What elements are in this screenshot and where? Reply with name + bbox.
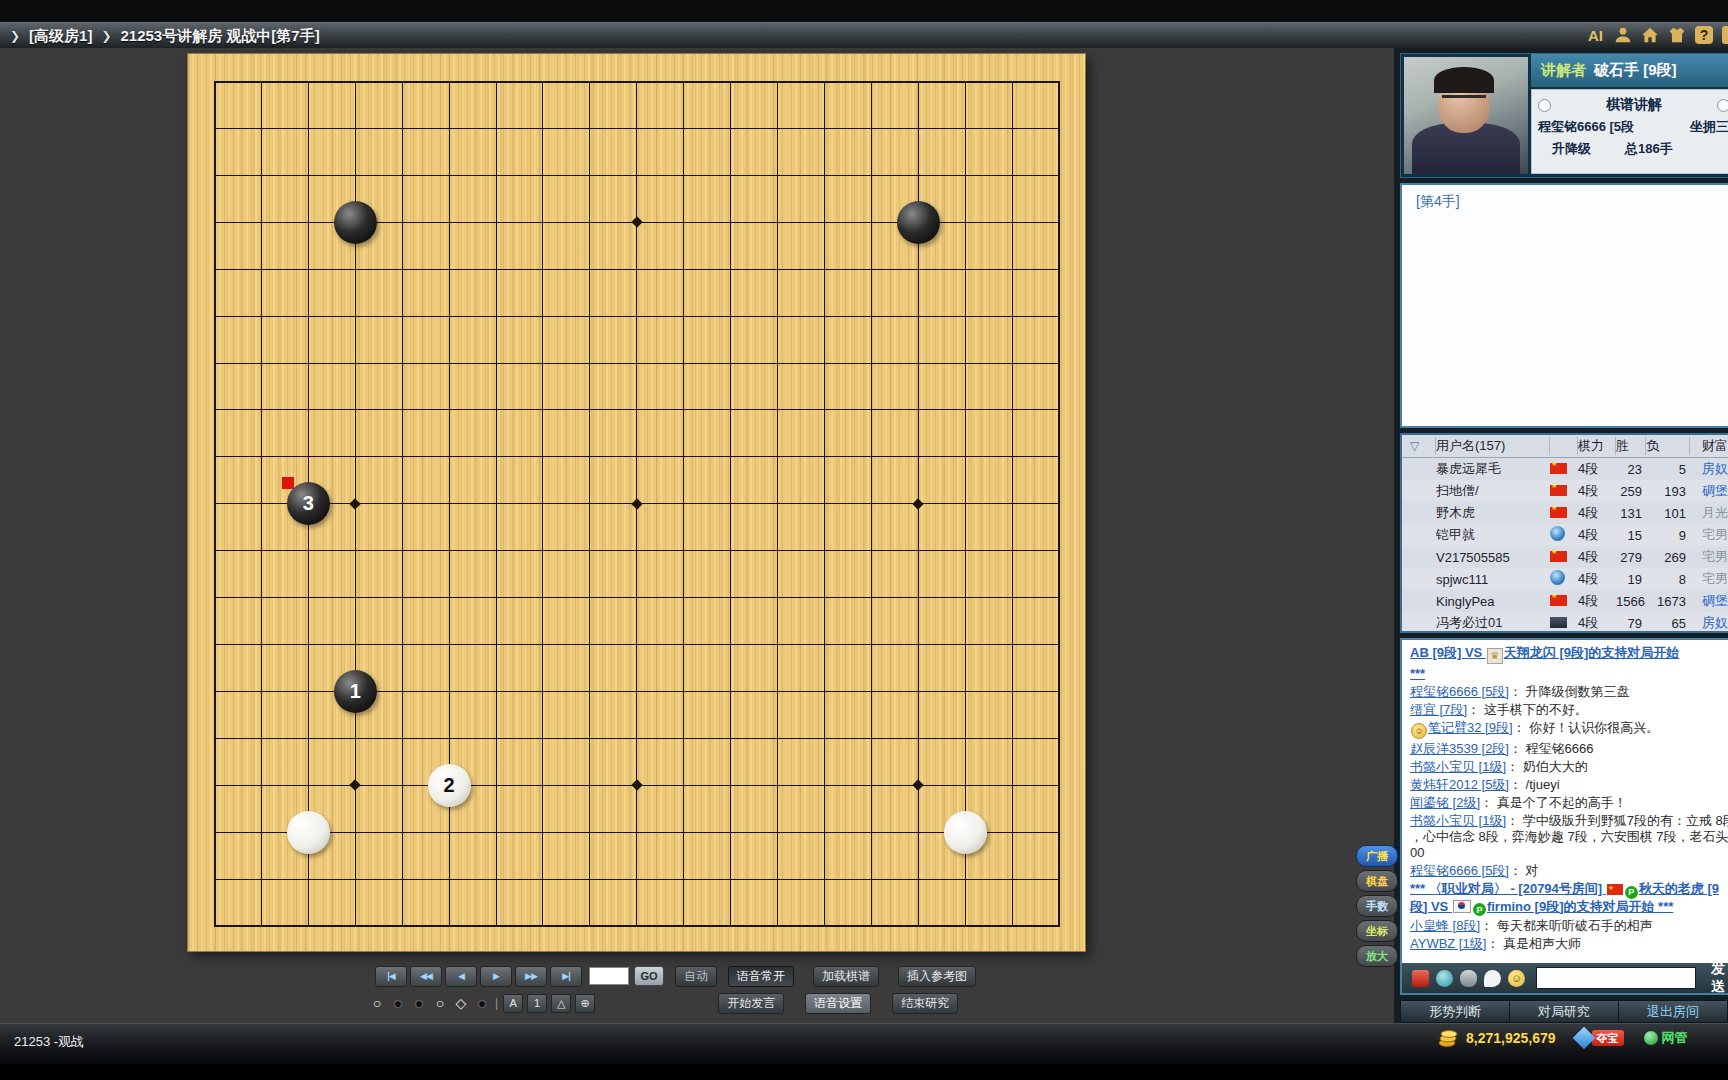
chat-line: 赵辰洋3539 [2段]： 程玺铭6666 xyxy=(1410,741,1728,757)
user-wealth: 宅男 xyxy=(1690,526,1728,544)
ai-button[interactable]: AI xyxy=(1588,27,1603,44)
chat-line: 书懿小宝贝 [1级]： 奶伯大大的 xyxy=(1410,759,1728,775)
game-info-box: 棋谱讲解 程玺铭6666 [5段 坐拥三千 [5段 升降级 总186手 xyxy=(1531,89,1728,174)
user-row[interactable]: 扫地僧/4段259193碉堡 xyxy=(1402,480,1728,502)
pro-badge-icon: P xyxy=(1625,886,1638,899)
chat-user-link[interactable]: 程玺铭6666 [5段] xyxy=(1410,684,1509,699)
chat-input-bar: ☺ 发送 xyxy=(1402,963,1728,993)
star-point xyxy=(631,780,642,791)
title-bar: ❯ [高级房1] ❯ 21253号讲解房 观战中[第7手] AI ? xyxy=(0,0,1728,48)
user-flag-cell xyxy=(1550,570,1578,588)
home-icon[interactable] xyxy=(1641,26,1659,44)
game-research-button[interactable]: 对局研究 xyxy=(1510,1001,1619,1022)
treasure-button[interactable]: 夺宝 xyxy=(1592,1030,1624,1046)
commentator-photo xyxy=(1404,57,1528,174)
user-row[interactable]: V2175055854段279269宅男 xyxy=(1402,546,1728,568)
board-line-vertical xyxy=(1012,81,1013,928)
user-losses: 5 xyxy=(1646,462,1690,477)
microphone-icon[interactable] xyxy=(1460,970,1477,987)
insert-reference-button[interactable]: 插入参考图 xyxy=(898,966,976,987)
chat-user-link[interactable]: 缙宜 [7段] xyxy=(1410,702,1467,717)
chat-message-text: ： 你好！认识你很高兴。 xyxy=(1513,720,1660,735)
crown-icon: ♛ xyxy=(1487,648,1503,664)
chat-user-link[interactable]: 黄炜轩2012 [5级] xyxy=(1410,777,1509,792)
user-wins: 131 xyxy=(1616,506,1646,521)
chat-message-text: ： 对 xyxy=(1509,863,1539,878)
chat-user-link[interactable]: 赵辰洋3539 [2段] xyxy=(1410,741,1509,756)
board-line-horizontal xyxy=(214,925,1061,927)
chat-user-link[interactable]: 书懿小宝贝 [1级] xyxy=(1410,813,1506,828)
user-row[interactable]: spjwc1114段198宅男 xyxy=(1402,568,1728,590)
markup-tool-1[interactable]: 1 xyxy=(527,994,547,1013)
star-point xyxy=(350,780,361,791)
white-indicator-icon xyxy=(1538,99,1551,112)
chat-line: 程玺铭6666 [5段]： 升降级倒数第三盘 xyxy=(1410,684,1728,700)
help-icon[interactable]: ? xyxy=(1695,26,1713,44)
chat-line: AYWBZ [1级]： 真是相声大师 xyxy=(1410,936,1728,952)
chat-message-text: ： 真是相声大师 xyxy=(1486,936,1581,951)
wallet-area: 8,271,925,679 夺宝 网管 xyxy=(1438,1029,1688,1047)
commentator-panel: 讲解者 破石手 [9段] 棋谱讲解 程玺铭6666 [5段 坐拥三千 [5段 升… xyxy=(1400,53,1728,178)
user-wins: 279 xyxy=(1616,550,1646,565)
mode-label: 棋谱讲解 xyxy=(1551,96,1717,114)
user-wins: 19 xyxy=(1616,572,1646,587)
user-name: V217505585 xyxy=(1436,550,1550,565)
board-line-horizontal xyxy=(214,738,1061,739)
go-stone-D6: 1 xyxy=(334,670,377,713)
stone-display-toggle-4[interactable]: ◇ xyxy=(453,994,469,1012)
chat-message-text: ： 升降级倒数第三盘 xyxy=(1509,684,1630,699)
admin-icon xyxy=(1644,1031,1658,1045)
user-rank: 4段 xyxy=(1578,570,1616,588)
board-line-vertical xyxy=(683,81,684,928)
user-flag-cell xyxy=(1550,550,1578,565)
board-line-horizontal xyxy=(214,832,1061,833)
chat-message-text: ： 程玺铭6666 xyxy=(1509,741,1594,756)
board-line-vertical xyxy=(824,81,825,928)
dark-flag-icon xyxy=(1550,617,1567,628)
playback-button-4[interactable]: ▶▶ xyxy=(515,966,547,987)
markup-tool-0[interactable]: A xyxy=(503,994,523,1013)
user-losses: 193 xyxy=(1646,484,1690,499)
board-line-horizontal xyxy=(214,597,1061,598)
side-button-广播[interactable]: 广播 xyxy=(1356,845,1398,867)
globe-flag-icon xyxy=(1550,526,1565,541)
stone-display-toggle-5[interactable]: ● xyxy=(474,994,490,1012)
side-button-棋盘[interactable]: 棋盘 xyxy=(1356,870,1398,892)
user-wealth[interactable]: 房奴 xyxy=(1690,614,1728,632)
user-row[interactable]: 铠甲就4段159宅男 xyxy=(1402,524,1728,546)
chat-system-text: 天翔龙闪 [9段]的支持对局开始 xyxy=(1504,645,1680,660)
annotation-controls: ○●●○◇● | A1△⊕ 开始发言 语音设置 结束研究 xyxy=(369,994,958,1012)
coin-balance: 8,271,925,679 xyxy=(1466,1030,1556,1046)
user-name: 扫地僧/ xyxy=(1436,482,1550,500)
user-row[interactable]: KinglyPea4段15661673碉堡 xyxy=(1402,590,1728,612)
cn-flag-icon xyxy=(1550,551,1567,562)
chat-line: ☺笔记臂32 [9段]： 你好！认识你很高兴。 xyxy=(1410,720,1728,739)
end-study-button[interactable]: 结束研究 xyxy=(892,993,958,1014)
total-moves-label: 总186手 xyxy=(1625,140,1673,158)
shop-icon[interactable] xyxy=(1668,26,1686,44)
emoji-icon[interactable]: ☺ xyxy=(1508,970,1525,987)
chat-line: 程玺铭6666 [5段]： 对 xyxy=(1410,863,1728,879)
playback-button-5[interactable]: ▶| xyxy=(550,966,582,987)
star-point xyxy=(913,498,924,509)
chat-message-text: ： 每天都来听听破石手的相声 xyxy=(1480,918,1653,933)
user-wealth[interactable]: 碉堡 xyxy=(1690,592,1728,610)
broadcast-icon[interactable] xyxy=(1412,970,1429,987)
chat-line: 闻鎏铭 [2级]： 真是个了不起的高手！ xyxy=(1410,795,1728,811)
go-stone-C3 xyxy=(287,811,330,854)
user-wins: 79 xyxy=(1616,616,1646,631)
start-speaking-button[interactable]: 开始发言 xyxy=(718,993,784,1014)
user-wealth: 月光族 xyxy=(1690,504,1728,522)
markup-tool-3[interactable]: ⊕ xyxy=(575,994,595,1013)
user-icon[interactable] xyxy=(1614,26,1632,44)
user-name: spjwc111 xyxy=(1436,572,1550,587)
user-wealth[interactable]: 房奴 xyxy=(1690,460,1728,478)
chat-line: 缙宜 [7段]： 这手棋下的不好。 xyxy=(1410,702,1728,718)
chat-input[interactable] xyxy=(1536,967,1696,989)
room-group-label[interactable]: [高级房1] xyxy=(29,27,92,46)
coins-icon xyxy=(1438,1029,1460,1047)
user-rank: 4段 xyxy=(1578,460,1616,478)
user-wins: 1566 xyxy=(1616,594,1646,609)
current-move-label: [第4手] xyxy=(1402,185,1728,211)
user-rank: 4段 xyxy=(1578,526,1616,544)
user-list-panel: ▽ 用户名(157) 棋力 胜 负 财富 暴虎远犀毛4段235房奴扫地僧/4段2… xyxy=(1400,433,1728,633)
treasure-gem-icon[interactable] xyxy=(1572,1027,1595,1050)
chat-system-text: AB [9段] VS xyxy=(1410,645,1486,660)
position-judge-button[interactable]: 形势判断 xyxy=(1401,1001,1510,1022)
chat-message-text: ： /tjueyi xyxy=(1509,777,1560,792)
board-line-vertical xyxy=(777,81,778,928)
user-wins: 23 xyxy=(1616,462,1646,477)
commentator-header: 讲解者 破石手 [9段] xyxy=(1531,54,1728,87)
china-flag-icon xyxy=(1607,884,1623,895)
user-losses: 9 xyxy=(1646,528,1690,543)
board-line-vertical xyxy=(730,81,731,928)
side-button-放大[interactable]: 放大 xyxy=(1356,945,1398,967)
globe-flag-icon xyxy=(1550,570,1565,585)
user-flag-cell xyxy=(1550,616,1578,631)
user-wins: 259 xyxy=(1616,484,1646,499)
send-button[interactable]: 发送 xyxy=(1711,960,1728,996)
stone-display-toggle-1[interactable]: ● xyxy=(390,994,406,1012)
star-point xyxy=(631,217,642,228)
black-indicator-icon xyxy=(1717,99,1728,112)
chat-system-text: *** xyxy=(1410,666,1425,681)
user-row[interactable]: 暴虎远犀毛4段235房奴 xyxy=(1402,458,1728,480)
room-action-row: 形势判断 对局研究 退出房间 xyxy=(1400,1000,1728,1023)
clipped-icon xyxy=(1722,26,1728,44)
user-losses: 8 xyxy=(1646,572,1690,587)
chat-line: *** 〈职业对局〉 - [20794号房间] P秋天的老虎 [9段] VS P… xyxy=(1410,881,1728,916)
auto-play-button[interactable]: 自动 xyxy=(675,966,717,987)
side-button-手数[interactable]: 手数 xyxy=(1356,895,1398,917)
user-list-header: ▽ 用户名(157) 棋力 胜 负 财富 xyxy=(1402,435,1728,458)
board-option-buttons: 广播棋盘手数坐标放大 xyxy=(1356,845,1398,967)
korea-flag-icon xyxy=(1453,900,1471,913)
user-flag-cell xyxy=(1550,462,1578,477)
user-rank: 4段 xyxy=(1578,504,1616,522)
chat-user-link[interactable]: AYWBZ [1级] xyxy=(1410,936,1486,951)
cn-flag-icon xyxy=(1550,463,1567,474)
playback-controls: |◀◀◀◀▶▶▶▶| GO 自动 语音常开 加载棋谱 插入参考图 xyxy=(375,966,976,986)
markup-tool-2[interactable]: △ xyxy=(551,994,571,1013)
user-rank: 4段 xyxy=(1578,592,1616,610)
user-row[interactable]: 野木虎4段131101月光族 xyxy=(1402,502,1728,524)
playback-button-1[interactable]: ◀◀ xyxy=(410,966,442,987)
exit-room-button[interactable]: 退出房间 xyxy=(1619,1001,1727,1022)
chat-system-text: firmino [9段]的支持对局开始 *** xyxy=(1487,899,1673,914)
user-rank: 4段 xyxy=(1578,482,1616,500)
board-grid: 312 xyxy=(188,54,1085,951)
stone-display-toggle-0[interactable]: ○ xyxy=(369,994,385,1012)
go-stone-R3 xyxy=(944,811,987,854)
chevron-icon: ❯ xyxy=(101,29,111,43)
chat-messages[interactable]: AB [9段] VS ♛天翔龙闪 [9段]的支持对局开始***程玺铭6666 [… xyxy=(1402,640,1728,963)
move-counter-box[interactable] xyxy=(589,967,629,985)
playback-button-0[interactable]: |◀ xyxy=(375,966,407,987)
chat-message-text: ： 奶伯大大的 xyxy=(1506,759,1588,774)
user-name: KinglyPea xyxy=(1436,594,1550,609)
commentator-name[interactable]: 破石手 [9段] xyxy=(1594,61,1677,80)
filter-icon[interactable]: ▽ xyxy=(1402,437,1436,455)
move-commentary-panel: [第4手] xyxy=(1400,183,1728,428)
chevron-icon: ❯ xyxy=(10,29,20,43)
user-name: 暴虎远犀毛 xyxy=(1436,460,1550,478)
user-wins: 15 xyxy=(1616,528,1646,543)
language-icon[interactable] xyxy=(1436,970,1453,987)
chat-line: *** xyxy=(1410,666,1728,682)
admin-area[interactable]: 网管 xyxy=(1644,1029,1688,1047)
user-wealth: 宅男 xyxy=(1690,548,1728,566)
cn-flag-icon xyxy=(1550,507,1567,518)
breadcrumb: ❯ [高级房1] ❯ 21253号讲解房 观战中[第7手] xyxy=(10,24,320,48)
titlebar-icons: AI ? xyxy=(1588,22,1728,48)
side-button-坐标[interactable]: 坐标 xyxy=(1356,920,1398,942)
playback-button-3[interactable]: ▶ xyxy=(480,966,512,987)
white-player-label[interactable]: 程玺铭6666 [5段 xyxy=(1538,118,1634,136)
cn-flag-icon xyxy=(1550,485,1567,496)
chat-system-text: *** 〈职业对局〉 - [20794号房间] xyxy=(1410,881,1606,896)
voice-always-on-button[interactable]: 语音常开 xyxy=(728,966,794,987)
go-board[interactable]: 312 xyxy=(187,53,1086,952)
go-client-window: ❯ [高级房1] ❯ 21253号讲解房 观战中[第7手] AI ? 312 xyxy=(0,0,1728,1080)
chat-line: 小皇蜂 [8段]： 每天都来听听破石手的相声 xyxy=(1410,918,1728,934)
board-line-vertical xyxy=(1058,81,1060,928)
black-player-label[interactable]: 坐拥三千 [5段 xyxy=(1690,118,1728,136)
last-move-marker xyxy=(282,477,294,489)
pro-badge-icon: P xyxy=(1473,903,1486,916)
board-line-vertical xyxy=(965,81,966,928)
board-line-horizontal xyxy=(214,644,1061,645)
chat-message-text: ： 这手棋下的不好。 xyxy=(1467,702,1588,717)
chat-user-link[interactable]: 闻鎏铭 [2级] xyxy=(1410,795,1480,810)
commentator-role-label: 讲解者 xyxy=(1541,61,1586,80)
star-point xyxy=(631,498,642,509)
cn-flag-icon xyxy=(1550,595,1567,606)
user-flag-cell xyxy=(1550,526,1578,544)
user-flag-cell xyxy=(1550,506,1578,521)
board-line-vertical xyxy=(871,81,872,928)
user-wealth[interactable]: 碉堡 xyxy=(1690,482,1728,500)
chat-line: AB [9段] VS ♛天翔龙闪 [9段]的支持对局开始 xyxy=(1410,645,1728,664)
user-rank: 4段 xyxy=(1578,614,1616,632)
chat-message-text: ： 真是个了不起的高手！ xyxy=(1480,795,1627,810)
chat-user-link[interactable]: 书懿小宝贝 [1级] xyxy=(1410,759,1506,774)
go-stone-F4: 2 xyxy=(428,764,471,807)
star-point xyxy=(913,780,924,791)
voice-settings-button[interactable]: 语音设置 xyxy=(805,993,871,1014)
game-type-label: 升降级 xyxy=(1552,140,1591,158)
user-losses: 65 xyxy=(1646,616,1690,631)
user-name: 野木虎 xyxy=(1436,504,1550,522)
user-losses: 1673 xyxy=(1646,594,1690,609)
chat-user-link[interactable]: 笔记臂32 [9段] xyxy=(1428,720,1513,735)
chat-line: 黄炜轩2012 [5级]： /tjueyi xyxy=(1410,777,1728,793)
go-button[interactable]: GO xyxy=(634,966,664,986)
user-row[interactable]: 冯考必过014段7965房奴 xyxy=(1402,612,1728,633)
user-name: 冯考必过01 xyxy=(1436,614,1550,632)
playback-button-2[interactable]: ◀ xyxy=(445,966,477,987)
go-stone-C10: 3 xyxy=(287,482,330,525)
user-rank: 4段 xyxy=(1578,548,1616,566)
chat-panel: AB [9段] VS ♛天翔龙闪 [9段]的支持对局开始***程玺铭6666 [… xyxy=(1400,638,1728,995)
go-stone-Q16 xyxy=(897,201,940,244)
smiley-avatar-icon: ☺ xyxy=(1411,723,1427,739)
chat-line: 书懿小宝贝 [1级]： 学中级版升到野狐7段的有：立戒 8段 ，心中信念 8段，… xyxy=(1410,813,1728,861)
star-point xyxy=(350,498,361,509)
board-line-horizontal xyxy=(214,550,1061,551)
go-stone-D16 xyxy=(334,201,377,244)
user-flag-cell xyxy=(1550,594,1578,609)
room-status-label: 21253 -观战 xyxy=(14,1033,84,1051)
chat-user-link[interactable]: 小皇蜂 [8段] xyxy=(1410,918,1480,933)
user-wealth: 宅男 xyxy=(1690,570,1728,588)
user-losses: 101 xyxy=(1646,506,1690,521)
stone-display-toggle-2[interactable]: ● xyxy=(411,994,427,1012)
stone-display-toggle-3[interactable]: ○ xyxy=(432,994,448,1012)
user-flag-cell xyxy=(1550,484,1578,499)
user-name: 铠甲就 xyxy=(1436,526,1550,544)
board-line-horizontal xyxy=(214,879,1061,880)
chat-bubble-icon[interactable] xyxy=(1484,970,1501,987)
load-kifu-button[interactable]: 加载棋谱 xyxy=(813,966,879,987)
chat-user-link[interactable]: 程玺铭6666 [5段] xyxy=(1410,863,1509,878)
user-losses: 269 xyxy=(1646,550,1690,565)
admin-label: 网管 xyxy=(1662,1029,1688,1047)
room-title-label: 21253号讲解房 观战中[第7手] xyxy=(120,27,319,46)
